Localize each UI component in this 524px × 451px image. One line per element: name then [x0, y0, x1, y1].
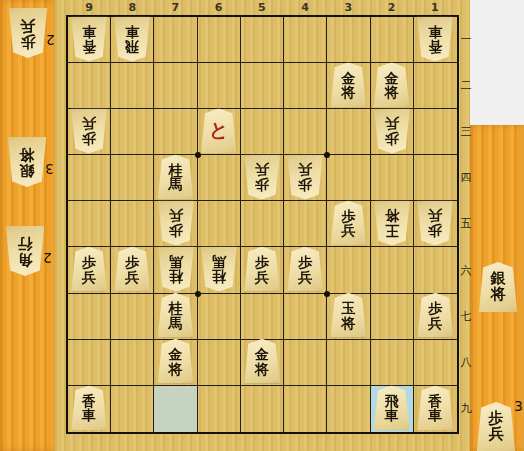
- column-label-7: 7: [165, 1, 185, 14]
- piece-歩兵-9c[interactable]: 歩兵: [71, 108, 108, 153]
- square-3a[interactable]: [327, 17, 370, 63]
- square-3i[interactable]: [327, 386, 370, 432]
- square-4g[interactable]: [284, 294, 327, 340]
- square-1d[interactable]: [414, 155, 457, 201]
- square-8b[interactable]: [111, 63, 154, 109]
- piece-歩兵-4f[interactable]: 歩兵: [287, 247, 324, 292]
- square-4e[interactable]: [284, 201, 327, 247]
- square-5i[interactable]: [241, 386, 284, 432]
- square-9g[interactable]: [68, 294, 111, 340]
- piece-と-6c[interactable]: と: [200, 108, 237, 153]
- square-7f[interactable]: 桂馬: [154, 247, 197, 293]
- piece-玉将-3g[interactable]: 玉将: [330, 293, 367, 338]
- square-7g[interactable]: 桂馬: [154, 294, 197, 340]
- piece-歩兵-7e[interactable]: 歩兵: [157, 201, 194, 246]
- square-1g[interactable]: 歩兵: [414, 294, 457, 340]
- star-point-2: [324, 152, 330, 158]
- column-label-6: 6: [209, 1, 229, 14]
- square-5g[interactable]: [241, 294, 284, 340]
- piece-桂馬-7f[interactable]: 桂馬: [157, 247, 194, 292]
- row-label-6: 六: [458, 263, 474, 278]
- square-9b[interactable]: [68, 63, 111, 109]
- piece-香車-9a[interactable]: 香車: [71, 16, 108, 61]
- square-3g[interactable]: 玉将: [327, 294, 370, 340]
- hand-count-sente-歩兵: 3: [514, 398, 523, 414]
- square-5e[interactable]: [241, 201, 284, 247]
- square-7a[interactable]: [154, 17, 197, 63]
- piece-歩兵-2c[interactable]: 歩兵: [373, 108, 410, 153]
- piece-桂馬-7g[interactable]: 桂馬: [157, 293, 194, 338]
- square-8a[interactable]: 飛車: [111, 17, 154, 63]
- piece-飛車-8a[interactable]: 飛車: [114, 16, 151, 61]
- square-1c[interactable]: [414, 109, 457, 155]
- square-6i[interactable]: [198, 386, 241, 432]
- hand-piece-gote-角行[interactable]: 角行: [5, 226, 45, 276]
- square-9c[interactable]: 歩兵: [68, 109, 111, 155]
- square-1i[interactable]: 香車: [414, 386, 457, 432]
- square-6h[interactable]: [198, 340, 241, 386]
- square-7b[interactable]: [154, 63, 197, 109]
- square-6d[interactable]: [198, 155, 241, 201]
- square-2i[interactable]: 飛車: [371, 386, 414, 432]
- row-label-1: 一: [458, 32, 474, 47]
- hand-piece-gote-銀将[interactable]: 銀将: [7, 137, 47, 187]
- piece-歩兵-3e[interactable]: 歩兵: [330, 201, 367, 246]
- square-9i[interactable]: 香車: [68, 386, 111, 432]
- square-3c[interactable]: [327, 109, 370, 155]
- column-label-9: 9: [79, 1, 99, 14]
- square-4b[interactable]: [284, 63, 327, 109]
- square-8d[interactable]: [111, 155, 154, 201]
- hand-count-gote-歩兵: 2: [46, 32, 55, 48]
- square-6c[interactable]: と: [198, 109, 241, 155]
- square-1b[interactable]: [414, 63, 457, 109]
- square-7c[interactable]: [154, 109, 197, 155]
- row-label-2: 二: [458, 78, 474, 93]
- piece-歩兵-9f[interactable]: 歩兵: [71, 247, 108, 292]
- square-6f[interactable]: 桂馬: [198, 247, 241, 293]
- board-grid: 香車飛車香車金将金将歩兵と歩兵桂馬歩兵歩兵歩兵歩兵王将歩兵歩兵歩兵桂馬桂馬歩兵歩…: [68, 17, 457, 432]
- piece-桂馬-7d[interactable]: 桂馬: [157, 154, 194, 199]
- square-4f[interactable]: 歩兵: [284, 247, 327, 293]
- square-3e[interactable]: 歩兵: [327, 201, 370, 247]
- row-label-3: 三: [458, 124, 474, 139]
- square-8h[interactable]: [111, 340, 154, 386]
- column-label-3: 3: [338, 1, 358, 14]
- piece-歩兵-1e[interactable]: 歩兵: [417, 201, 454, 246]
- square-8i[interactable]: [111, 386, 154, 432]
- square-7h[interactable]: 金将: [154, 340, 197, 386]
- square-7d[interactable]: 桂馬: [154, 155, 197, 201]
- square-1e[interactable]: 歩兵: [414, 201, 457, 247]
- square-9h[interactable]: [68, 340, 111, 386]
- square-7i[interactable]: [154, 386, 197, 432]
- square-4h[interactable]: [284, 340, 327, 386]
- star-point-4: [324, 291, 330, 297]
- hand-count-gote-銀将: 3: [45, 161, 54, 177]
- square-2f[interactable]: [371, 247, 414, 293]
- piece-歩兵-5d[interactable]: 歩兵: [243, 154, 280, 199]
- row-label-8: 八: [458, 355, 474, 370]
- piece-歩兵-1g[interactable]: 歩兵: [417, 293, 454, 338]
- square-5h[interactable]: 金将: [241, 340, 284, 386]
- square-9f[interactable]: 歩兵: [68, 247, 111, 293]
- square-5f[interactable]: 歩兵: [241, 247, 284, 293]
- square-9d[interactable]: [68, 155, 111, 201]
- hand-piece-gote-歩兵[interactable]: 歩兵: [8, 8, 48, 58]
- square-6g[interactable]: [198, 294, 241, 340]
- square-3b[interactable]: 金将: [327, 63, 370, 109]
- square-2c[interactable]: 歩兵: [371, 109, 414, 155]
- column-label-1: 1: [425, 1, 445, 14]
- hand-piece-sente-銀将[interactable]: 銀将: [478, 262, 518, 312]
- square-6b[interactable]: [198, 63, 241, 109]
- row-label-4: 四: [458, 170, 474, 185]
- square-2h[interactable]: [371, 340, 414, 386]
- hand-piece-sente-歩兵[interactable]: 歩兵: [476, 402, 516, 451]
- square-5a[interactable]: [241, 17, 284, 63]
- square-3f[interactable]: [327, 247, 370, 293]
- square-1f[interactable]: [414, 247, 457, 293]
- piece-金将-3b[interactable]: 金将: [330, 62, 367, 107]
- piece-桂馬-6f[interactable]: 桂馬: [200, 247, 237, 292]
- square-3h[interactable]: [327, 340, 370, 386]
- square-1a[interactable]: 香車: [414, 17, 457, 63]
- piece-歩兵-4d[interactable]: 歩兵: [287, 154, 324, 199]
- square-6a[interactable]: [198, 17, 241, 63]
- piece-飛車-2i[interactable]: 飛車: [373, 385, 410, 430]
- square-5c[interactable]: [241, 109, 284, 155]
- piece-歩兵-5f[interactable]: 歩兵: [243, 247, 280, 292]
- column-label-2: 2: [382, 1, 402, 14]
- gote-piece-stand: [0, 0, 55, 451]
- star-point-3: [195, 291, 201, 297]
- square-9a[interactable]: 香車: [68, 17, 111, 63]
- square-5b[interactable]: [241, 63, 284, 109]
- square-2d[interactable]: [371, 155, 414, 201]
- square-4a[interactable]: [284, 17, 327, 63]
- hand-count-gote-角行: 2: [43, 250, 52, 266]
- column-label-8: 8: [122, 1, 142, 14]
- piece-香車-9i[interactable]: 香車: [71, 385, 108, 430]
- row-label-9: 九: [458, 401, 474, 416]
- square-2g[interactable]: [371, 294, 414, 340]
- row-label-5: 五: [458, 216, 474, 231]
- shogi-app: 987654321 一二三四五六七八九 香車飛車香車金将金将歩兵と歩兵桂馬歩兵歩…: [0, 0, 524, 451]
- piece-王将-2e[interactable]: 王将: [373, 201, 410, 246]
- board-frame: 香車飛車香車金将金将歩兵と歩兵桂馬歩兵歩兵歩兵歩兵王将歩兵歩兵歩兵桂馬桂馬歩兵歩…: [66, 15, 459, 434]
- column-label-5: 5: [252, 1, 272, 14]
- square-2e[interactable]: 王将: [371, 201, 414, 247]
- row-label-7: 七: [458, 309, 474, 324]
- square-8e[interactable]: [111, 201, 154, 247]
- piece-歩兵-8f[interactable]: 歩兵: [114, 247, 151, 292]
- square-2a[interactable]: [371, 17, 414, 63]
- square-8f[interactable]: 歩兵: [111, 247, 154, 293]
- square-7e[interactable]: 歩兵: [154, 201, 197, 247]
- square-4d[interactable]: 歩兵: [284, 155, 327, 201]
- square-9e[interactable]: [68, 201, 111, 247]
- piece-香車-1a[interactable]: 香車: [417, 16, 454, 61]
- square-8g[interactable]: [111, 294, 154, 340]
- square-8c[interactable]: [111, 109, 154, 155]
- square-4i[interactable]: [284, 386, 327, 432]
- square-6e[interactable]: [198, 201, 241, 247]
- piece-金将-7h[interactable]: 金将: [157, 339, 194, 384]
- piece-香車-1i[interactable]: 香車: [417, 385, 454, 430]
- square-2b[interactable]: 金将: [371, 63, 414, 109]
- piece-金将-5h[interactable]: 金将: [243, 339, 280, 384]
- column-label-4: 4: [295, 1, 315, 14]
- square-3d[interactable]: [327, 155, 370, 201]
- square-1h[interactable]: [414, 340, 457, 386]
- square-5d[interactable]: 歩兵: [241, 155, 284, 201]
- star-point-1: [195, 152, 201, 158]
- square-4c[interactable]: [284, 109, 327, 155]
- piece-金将-2b[interactable]: 金将: [373, 62, 410, 107]
